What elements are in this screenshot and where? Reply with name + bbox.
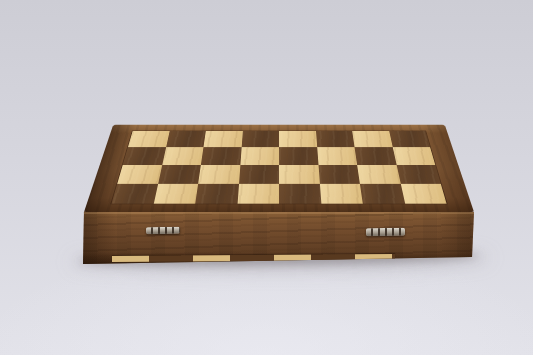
board-square	[198, 165, 240, 184]
board-square	[128, 131, 169, 147]
board-square	[166, 131, 206, 147]
board-square	[392, 147, 435, 164]
board-square	[279, 165, 319, 184]
hinge-right	[366, 228, 405, 236]
board-square	[317, 147, 357, 164]
board-square	[123, 147, 166, 164]
board-square	[237, 184, 279, 204]
board-square	[111, 184, 157, 204]
board-square	[318, 165, 360, 184]
board-square	[240, 147, 279, 164]
board-square	[279, 184, 321, 204]
board-square	[201, 147, 241, 164]
board-square	[279, 147, 318, 164]
board-square	[352, 131, 392, 147]
board-square	[195, 184, 238, 204]
board-square	[117, 165, 162, 184]
board-square	[357, 165, 400, 184]
hinge-left	[146, 227, 180, 235]
board-square	[158, 165, 201, 184]
photo-backdrop	[0, 0, 533, 355]
chessboard-box-front-face	[83, 211, 474, 264]
board-square	[239, 165, 279, 184]
board-square	[319, 184, 362, 204]
board-square	[316, 131, 355, 147]
board-square	[162, 147, 204, 164]
board-square	[203, 131, 242, 147]
board-square	[400, 184, 446, 204]
chessboard-box-top-face	[84, 125, 474, 212]
board-frame	[84, 125, 474, 212]
board-square	[241, 131, 279, 147]
board-square	[279, 131, 317, 147]
board-square	[360, 184, 405, 204]
board-square	[355, 147, 397, 164]
board-square	[153, 184, 198, 204]
board-square	[389, 131, 430, 147]
board-square	[396, 165, 441, 184]
board-grid	[111, 131, 446, 204]
